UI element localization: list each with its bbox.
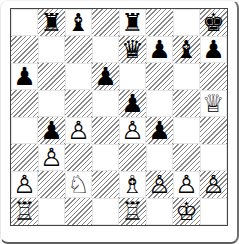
square-f3: [146, 144, 173, 171]
square-g4: [173, 117, 200, 144]
square-a1: ♖: [11, 198, 38, 225]
piece-white-pawn: ♙: [121, 117, 143, 144]
piece-black-bishop: ♝: [175, 36, 197, 63]
piece-white-king: ♔: [175, 198, 197, 225]
square-d4: [92, 117, 119, 144]
square-c4: ♙: [65, 117, 92, 144]
square-a8: [11, 9, 38, 36]
square-a7: [11, 36, 38, 63]
square-a2: ♙: [11, 171, 38, 198]
piece-white-rook: ♖: [13, 198, 35, 225]
square-d5: [92, 90, 119, 117]
piece-black-pawn: ♟: [94, 63, 116, 90]
square-a6: ♟: [11, 63, 38, 90]
square-g1: ♔: [173, 198, 200, 225]
square-c6: [65, 63, 92, 90]
square-e4: ♙: [119, 117, 146, 144]
square-c5: [65, 90, 92, 117]
square-e7: ♛: [119, 36, 146, 63]
piece-black-pawn: ♟: [202, 36, 224, 63]
piece-white-pawn: ♙: [202, 171, 224, 198]
piece-black-rook: ♜: [121, 9, 143, 36]
square-e2: ♗: [119, 171, 146, 198]
piece-white-queen: ♕: [202, 90, 224, 117]
square-h1: [200, 198, 227, 225]
square-c1: [65, 198, 92, 225]
square-h7: ♟: [200, 36, 227, 63]
square-f7: ♟: [146, 36, 173, 63]
square-c8: ♝: [65, 9, 92, 36]
piece-black-pawn: ♟: [13, 63, 35, 90]
square-f8: [146, 9, 173, 36]
square-e8: ♜: [119, 9, 146, 36]
chess-board: ♜♝♜♚♛♟♝♟♟♟♟♕♟♙♙♟♙♙♘♗♙♙♙♖♖♔: [10, 8, 228, 226]
square-g3: [173, 144, 200, 171]
square-e5: ♟: [119, 90, 146, 117]
square-h4: [200, 117, 227, 144]
square-h6: [200, 63, 227, 90]
piece-white-pawn: ♙: [175, 171, 197, 198]
square-b5: [38, 90, 65, 117]
piece-white-pawn: ♙: [13, 171, 35, 198]
square-f4: ♟: [146, 117, 173, 144]
square-c3: [65, 144, 92, 171]
square-c7: [65, 36, 92, 63]
square-a5: [11, 90, 38, 117]
square-f6: [146, 63, 173, 90]
square-a4: [11, 117, 38, 144]
square-b4: ♟: [38, 117, 65, 144]
square-f1: [146, 198, 173, 225]
piece-white-rook: ♖: [121, 198, 143, 225]
square-d6: ♟: [92, 63, 119, 90]
square-g5: [173, 90, 200, 117]
square-d2: [92, 171, 119, 198]
piece-white-pawn: ♙: [148, 171, 170, 198]
piece-black-bishop: ♝: [67, 9, 89, 36]
square-e6: [119, 63, 146, 90]
piece-black-pawn: ♟: [121, 90, 143, 117]
piece-white-bishop: ♗: [121, 171, 143, 198]
square-d3: [92, 144, 119, 171]
square-e1: ♖: [119, 198, 146, 225]
square-d7: [92, 36, 119, 63]
square-b2: [38, 171, 65, 198]
piece-white-pawn: ♙: [40, 144, 62, 171]
square-d8: [92, 9, 119, 36]
square-b3: ♙: [38, 144, 65, 171]
photo-frame: ♜♝♜♚♛♟♝♟♟♟♟♕♟♙♙♟♙♙♘♗♙♙♙♖♖♔: [0, 0, 239, 244]
piece-black-king: ♚: [202, 9, 224, 36]
square-f5: [146, 90, 173, 117]
square-b7: [38, 36, 65, 63]
square-e3: [119, 144, 146, 171]
piece-black-pawn: ♟: [40, 117, 62, 144]
piece-black-pawn: ♟: [148, 36, 170, 63]
square-g7: ♝: [173, 36, 200, 63]
square-h8: ♚: [200, 9, 227, 36]
piece-black-pawn: ♟: [148, 117, 170, 144]
square-b8: ♜: [38, 9, 65, 36]
square-f2: ♙: [146, 171, 173, 198]
square-c2: ♘: [65, 171, 92, 198]
piece-white-pawn: ♙: [67, 117, 89, 144]
square-h2: ♙: [200, 171, 227, 198]
square-h3: [200, 144, 227, 171]
piece-black-rook: ♜: [40, 9, 62, 36]
square-g6: [173, 63, 200, 90]
piece-white-knight: ♘: [67, 171, 89, 198]
square-b1: [38, 198, 65, 225]
square-g8: [173, 9, 200, 36]
square-g2: ♙: [173, 171, 200, 198]
square-b6: [38, 63, 65, 90]
square-d1: [92, 198, 119, 225]
square-a3: [11, 144, 38, 171]
square-h5: ♕: [200, 90, 227, 117]
piece-black-queen: ♛: [121, 36, 143, 63]
